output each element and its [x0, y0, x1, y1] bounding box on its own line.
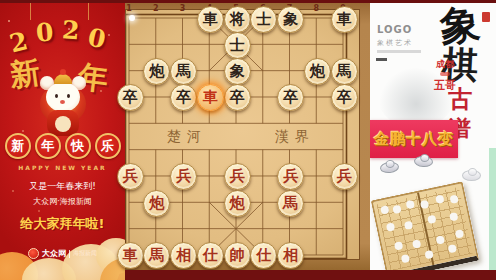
promo-panel: LOGO 象棋艺术 象 棋 古 谱 成都 五哥 金鹏十八变: [370, 0, 496, 280]
xiangqi-piece-black[interactable]: 卒: [117, 84, 144, 111]
logo-subtitle: 象棋艺术: [377, 38, 413, 48]
silver-ingot-icon: [414, 155, 434, 167]
xiangqi-piece-red[interactable]: 炮: [143, 190, 170, 217]
author-signature: 成都 五哥: [434, 58, 456, 93]
xiangqi-piece-black[interactable]: 車: [197, 6, 224, 33]
xiangqi-piece-black[interactable]: 将: [224, 6, 251, 33]
xiangqi-piece-black[interactable]: 士: [224, 32, 251, 59]
xiangqi-piece-red[interactable]: 炮: [224, 190, 251, 217]
publisher-logo: 大众网 海报新闻: [0, 248, 125, 259]
series-title: 金鹏十八变: [374, 130, 454, 149]
poster-line1: 又是一年春来到!: [0, 180, 125, 193]
rat-mascot-illustration: [34, 72, 94, 140]
brand-name: 大众网: [42, 248, 66, 259]
xiangqi-piece-black[interactable]: 卒: [331, 84, 358, 111]
xiangqi-piece-black[interactable]: 馬: [331, 58, 358, 85]
xiangqi-piece-black[interactable]: 象: [277, 6, 304, 33]
xiangqi-piece-red[interactable]: 兵: [331, 163, 358, 190]
divider: [69, 250, 70, 258]
river-label-left: 楚河: [167, 128, 207, 146]
xiangqi-piece-red[interactable]: 馬: [277, 190, 304, 217]
xiangqi-piece-black[interactable]: 炮: [304, 58, 331, 85]
column-label: 1: [123, 4, 135, 13]
silver-ingot-icon: [462, 170, 481, 181]
video-frame: 2 0 2 0 新 年 新 年 快 乐 HAPPY NEW YEAR 又是一年春…: [0, 0, 496, 280]
poster-line3: 给大家拜年啦!: [0, 215, 125, 233]
logo-dash: [376, 58, 387, 61]
green-edge-strip: [489, 148, 496, 272]
logo-text: LOGO: [377, 24, 412, 35]
letterbox-bottom: [125, 270, 496, 280]
badge-char: 乐: [95, 133, 121, 159]
column-label: 3: [177, 4, 189, 13]
xiangqi-piece-red[interactable]: 兵: [117, 163, 144, 190]
xiangqi-piece-black[interactable]: 卒: [224, 84, 251, 111]
column-label: 8: [310, 4, 322, 13]
sparkle-dot: [129, 15, 135, 21]
xiangqi-piece-red[interactable]: 兵: [224, 163, 251, 190]
column-label: 2: [150, 4, 162, 13]
signature-mark: [440, 72, 450, 76]
river-label-right: 漢界: [275, 128, 315, 146]
new-year-poster: 2 0 2 0 新 年 新 年 快 乐 HAPPY NEW YEAR 又是一年春…: [0, 0, 125, 280]
brand-sub: 海报新闻: [73, 249, 97, 258]
xiangqi-piece-black[interactable]: 車: [331, 6, 358, 33]
badge-char: 年: [35, 133, 61, 159]
xiangqi-product-photo: [371, 181, 480, 280]
xiangqi-piece-black[interactable]: 士: [250, 6, 277, 33]
badge-char: 快: [65, 133, 91, 159]
year-digit: 2: [61, 15, 80, 45]
xiangqi-piece-black[interactable]: 馬: [170, 58, 197, 85]
brand-icon: [28, 248, 39, 259]
xiangqi-piece-red[interactable]: 帥: [224, 242, 251, 269]
year-digit: 0: [35, 17, 55, 47]
letterbox-top: [0, 0, 496, 3]
poster-line2: 大众网·海报新闻: [0, 196, 125, 207]
badge-char: 新: [5, 133, 31, 159]
series-banner: 金鹏十八变: [370, 120, 458, 158]
xiangqi-piece-black[interactable]: 象: [224, 58, 251, 85]
logo-tagline-bar: [377, 50, 421, 53]
seal-stamp-icon: [482, 12, 490, 22]
happy-new-year-badges: 新 年 快 乐: [0, 133, 125, 159]
xiangqi-board[interactable]: 楚河 漢界 123456789車将士象車士炮馬象炮馬卒卒卒卒卒車兵兵兵兵兵炮炮馬…: [125, 0, 370, 280]
happy-new-year-en: HAPPY NEW YEAR: [0, 164, 125, 171]
silver-ingot-icon: [379, 161, 399, 174]
